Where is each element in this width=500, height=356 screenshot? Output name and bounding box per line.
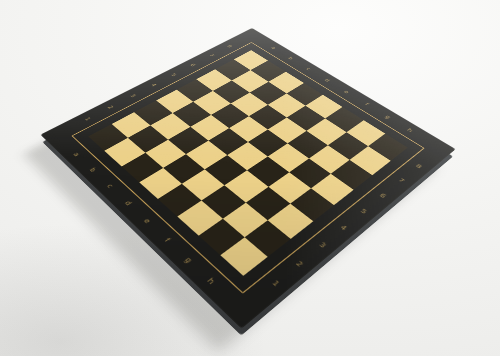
board-3d-wrapper: aa88bb77cc66dd55ee44ff33gg22hh11 xyxy=(40,28,456,329)
file-label-g-near: g xyxy=(179,252,198,267)
rank-label-7-left: 7 xyxy=(205,52,218,60)
rank-label-4-right: 4 xyxy=(334,221,352,235)
file-label-e-near: e xyxy=(138,214,156,228)
file-label-c-near: c xyxy=(101,180,118,192)
file-label-a-far: a xyxy=(267,44,280,51)
rank-label-2-right: 2 xyxy=(290,256,309,272)
file-label-f-near: f xyxy=(158,233,176,248)
rank-label-6-right: 6 xyxy=(374,189,391,202)
file-label-b-far: b xyxy=(284,54,297,62)
file-label-h-near: h xyxy=(201,273,220,289)
file-label-c-far: c xyxy=(302,65,316,73)
rank-label-5-left: 5 xyxy=(167,71,181,79)
rank-label-3-right: 3 xyxy=(313,238,331,253)
rank-label-1-left: 1 xyxy=(80,114,95,124)
rank-label-4-left: 4 xyxy=(146,81,160,90)
rank-label-1-right: 1 xyxy=(266,275,285,291)
file-label-e-far: e xyxy=(339,88,353,97)
file-label-f-far: f xyxy=(359,100,374,109)
file-label-d-far: d xyxy=(320,76,334,84)
board-anchor: aa88bb77cc66dd55ee44ff33gg22hh11 xyxy=(101,0,395,289)
rank-label-5-right: 5 xyxy=(355,205,372,218)
rank-label-6-left: 6 xyxy=(186,61,199,69)
file-label-a-near: a xyxy=(68,149,84,160)
rank-label-8-right: 8 xyxy=(410,161,426,172)
file-label-h-far: h xyxy=(402,125,417,135)
file-label-b-near: b xyxy=(84,164,100,176)
product-photo-scene: aa88bb77cc66dd55ee44ff33gg22hh11 xyxy=(0,0,500,356)
chess-board: aa88bb77cc66dd55ee44ff33gg22hh11 xyxy=(40,28,456,329)
file-label-g-far: g xyxy=(380,112,395,122)
rank-label-2-left: 2 xyxy=(103,103,118,113)
rank-label-7-right: 7 xyxy=(393,175,410,187)
rank-label-3-left: 3 xyxy=(125,92,139,101)
file-label-d-near: d xyxy=(119,197,136,210)
rank-label-8-left: 8 xyxy=(223,43,236,50)
